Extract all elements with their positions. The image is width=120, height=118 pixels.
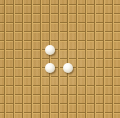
board-intersection[interactable] (46, 46, 55, 55)
board-intersection[interactable] (46, 64, 55, 73)
stone-layer (1, 1, 118, 118)
go-board[interactable] (0, 0, 120, 118)
white-stone (45, 63, 55, 73)
board-intersection[interactable] (64, 64, 73, 73)
white-stone (63, 63, 73, 73)
white-stone (45, 45, 55, 55)
